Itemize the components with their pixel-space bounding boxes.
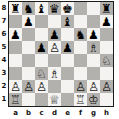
square-h1[interactable] xyxy=(100,93,113,106)
square-c1[interactable] xyxy=(35,93,48,106)
piece-white-knight: ♘ xyxy=(36,67,47,79)
square-f3[interactable] xyxy=(74,67,87,80)
piece-black-pawn: ♟ xyxy=(23,15,34,27)
square-e6[interactable] xyxy=(61,28,74,41)
piece-black-pawn: ♟ xyxy=(88,28,99,40)
piece-black-rook: ♜ xyxy=(10,2,21,14)
square-h6[interactable] xyxy=(100,28,113,41)
square-h7[interactable]: ♟ xyxy=(100,15,113,28)
square-g6[interactable]: ♟ xyxy=(87,28,100,41)
square-a4[interactable] xyxy=(9,54,22,67)
square-a2[interactable]: ♙ xyxy=(9,80,22,93)
rank-label-7: 7 xyxy=(0,15,8,28)
square-e5[interactable]: ♟ xyxy=(61,41,74,54)
square-b7[interactable]: ♟ xyxy=(22,15,35,28)
square-a5[interactable] xyxy=(9,41,22,54)
square-g4[interactable] xyxy=(87,54,100,67)
chess-diagram: 87654321 ♜♞♝♛♚♜♟♝♟♟♟♞♟♟♙♟♗♘♘♗♙♙♙♙♙♙♖♕♖♔ … xyxy=(0,0,119,119)
file-label-g: g xyxy=(87,108,100,118)
square-h5[interactable] xyxy=(100,41,113,54)
file-label-e: e xyxy=(61,108,74,118)
square-e1[interactable] xyxy=(61,93,74,106)
piece-white-queen: ♕ xyxy=(49,93,60,105)
square-f7[interactable] xyxy=(74,15,87,28)
square-d6[interactable]: ♟ xyxy=(48,28,61,41)
piece-black-rook: ♜ xyxy=(101,2,112,14)
rank-label-5: 5 xyxy=(0,41,8,54)
piece-black-knight: ♞ xyxy=(75,28,86,40)
rank-labels: 87654321 xyxy=(0,2,8,106)
square-b4[interactable] xyxy=(22,54,35,67)
square-g3[interactable] xyxy=(87,67,100,80)
square-d4[interactable] xyxy=(48,54,61,67)
piece-black-pawn: ♟ xyxy=(10,28,21,40)
square-a6[interactable]: ♟ xyxy=(9,28,22,41)
square-a1[interactable]: ♖ xyxy=(9,93,22,106)
square-f4[interactable] xyxy=(74,54,87,67)
piece-black-queen: ♛ xyxy=(49,2,60,14)
file-label-b: b xyxy=(22,108,35,118)
square-g1[interactable]: ♔ xyxy=(87,93,100,106)
square-d2[interactable] xyxy=(48,80,61,93)
chess-board: ♜♞♝♛♚♜♟♝♟♟♟♞♟♟♙♟♗♘♘♗♙♙♙♙♙♙♖♕♖♔ xyxy=(8,1,114,107)
square-h8[interactable]: ♜ xyxy=(100,2,113,15)
square-d7[interactable] xyxy=(48,15,61,28)
square-f1[interactable]: ♖ xyxy=(74,93,87,106)
square-a3[interactable] xyxy=(9,67,22,80)
rank-label-1: 1 xyxy=(0,93,8,106)
piece-white-pawn: ♙ xyxy=(88,80,99,92)
piece-white-pawn: ♙ xyxy=(49,41,60,53)
square-c2[interactable]: ♙ xyxy=(35,80,48,93)
square-b2[interactable]: ♙ xyxy=(22,80,35,93)
piece-black-pawn: ♟ xyxy=(62,41,73,53)
file-label-h: h xyxy=(100,108,113,118)
square-f8[interactable] xyxy=(74,2,87,15)
piece-black-pawn: ♟ xyxy=(36,41,47,53)
square-b5[interactable] xyxy=(22,41,35,54)
rank-label-4: 4 xyxy=(0,54,8,67)
piece-black-pawn: ♟ xyxy=(49,28,60,40)
square-c4[interactable] xyxy=(35,54,48,67)
file-label-a: a xyxy=(9,108,22,118)
square-h3[interactable] xyxy=(100,67,113,80)
piece-black-king: ♚ xyxy=(62,2,73,14)
piece-white-pawn: ♙ xyxy=(36,80,47,92)
square-h4[interactable]: ♘ xyxy=(100,54,113,67)
file-labels: abcdefgh xyxy=(9,108,113,118)
piece-white-pawn: ♙ xyxy=(23,80,34,92)
piece-white-king: ♔ xyxy=(88,93,99,105)
square-b3[interactable] xyxy=(22,67,35,80)
square-g5[interactable]: ♗ xyxy=(87,41,100,54)
piece-black-bishop: ♝ xyxy=(36,2,47,14)
square-a8[interactable]: ♜ xyxy=(9,2,22,15)
file-label-d: d xyxy=(48,108,61,118)
square-d8[interactable]: ♛ xyxy=(48,2,61,15)
square-c5[interactable]: ♟ xyxy=(35,41,48,54)
square-c7[interactable] xyxy=(35,15,48,28)
piece-white-pawn: ♙ xyxy=(75,80,86,92)
square-d5[interactable]: ♙ xyxy=(48,41,61,54)
square-f6[interactable]: ♞ xyxy=(74,28,87,41)
rank-label-3: 3 xyxy=(0,67,8,80)
square-e4[interactable] xyxy=(61,54,74,67)
square-e7[interactable]: ♝ xyxy=(61,15,74,28)
piece-white-rook: ♖ xyxy=(75,93,86,105)
rank-label-2: 2 xyxy=(0,80,8,93)
square-b1[interactable] xyxy=(22,93,35,106)
piece-white-pawn: ♙ xyxy=(10,80,21,92)
square-c3[interactable]: ♘ xyxy=(35,67,48,80)
file-label-f: f xyxy=(74,108,87,118)
square-c6[interactable] xyxy=(35,28,48,41)
square-g7[interactable] xyxy=(87,15,100,28)
square-f2[interactable]: ♙ xyxy=(74,80,87,93)
rank-label-8: 8 xyxy=(0,2,8,15)
square-h2[interactable]: ♙ xyxy=(100,80,113,93)
square-e2[interactable] xyxy=(61,80,74,93)
piece-white-bishop: ♗ xyxy=(49,67,60,79)
square-g2[interactable]: ♙ xyxy=(87,80,100,93)
piece-white-rook: ♖ xyxy=(10,93,21,105)
piece-black-pawn: ♟ xyxy=(101,15,112,27)
square-a7[interactable] xyxy=(9,15,22,28)
piece-white-knight: ♘ xyxy=(101,54,112,66)
file-label-c: c xyxy=(35,108,48,118)
piece-black-knight: ♞ xyxy=(23,2,34,14)
piece-white-pawn: ♙ xyxy=(101,80,112,92)
square-e8[interactable]: ♚ xyxy=(61,2,74,15)
square-f5[interactable] xyxy=(74,41,87,54)
square-c8[interactable]: ♝ xyxy=(35,2,48,15)
square-d3[interactable]: ♗ xyxy=(48,67,61,80)
square-b8[interactable]: ♞ xyxy=(22,2,35,15)
square-e3[interactable] xyxy=(61,67,74,80)
square-d1[interactable]: ♕ xyxy=(48,93,61,106)
rank-label-6: 6 xyxy=(0,28,8,41)
square-b6[interactable] xyxy=(22,28,35,41)
piece-white-bishop: ♗ xyxy=(88,41,99,53)
piece-black-bishop: ♝ xyxy=(62,15,73,27)
square-g8[interactable] xyxy=(87,2,100,15)
